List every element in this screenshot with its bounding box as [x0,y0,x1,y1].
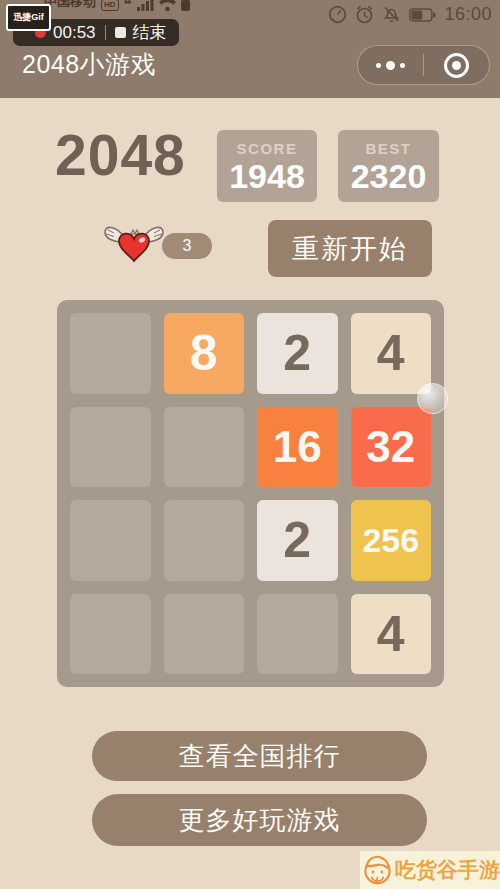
restart-button[interactable]: 重新开始 [268,220,432,277]
status-icons-right: 16:00 [328,4,492,25]
score-value: 1948 [217,159,317,193]
score-box: SCORE 1948 [217,130,317,202]
watermark-badge: 吃货谷手游 [360,851,500,889]
tile-256: 256 [351,500,432,581]
exit-icon [444,53,469,78]
top-bar: 中国移动 HD ❝ [0,0,500,98]
lives-badge[interactable]: 3 [162,233,212,259]
best-box: BEST 2320 [338,130,439,202]
sim-icon [181,0,190,11]
tile-8: 8 [164,313,245,394]
carrier-label: 中国移动 [44,0,96,11]
board-grid[interactable]: 824163222564 [57,300,444,687]
assistive-ball[interactable] [417,383,448,414]
tile-2: 2 [257,500,338,581]
best-value: 2320 [338,159,439,193]
carrier-group: 中国移动 HD ❝ [44,0,190,11]
tile-4: 4 [351,594,432,675]
exit-button[interactable] [424,46,489,84]
game-logo: 2048 [55,122,186,188]
empty-cell [164,407,245,488]
tile-16: 16 [257,407,338,488]
score-label: SCORE [217,141,317,156]
miniprogram-capsule [357,45,490,85]
national-ranking-button[interactable]: 查看全国排行 [92,731,427,781]
recording-time: 00:53 [53,23,96,43]
clock-time: 16:00 [444,4,492,25]
empty-cell [257,594,338,675]
phone-screen: 中国移动 HD ❝ [0,0,500,889]
tile-32: 32 [351,407,432,488]
empty-cell [164,594,245,675]
empty-cell [70,594,151,675]
tile-4: 4 [351,313,432,394]
volte-icon: ❝ [124,0,132,11]
more-button[interactable] [358,46,423,84]
data-saver-icon [328,5,347,24]
more-games-button[interactable]: 更多好玩游戏 [92,794,427,846]
watermark-text: 吃货谷手游 [395,856,500,884]
empty-cell [70,500,151,581]
lives-count: 3 [183,237,192,255]
empty-cell [70,407,151,488]
stop-icon [115,27,126,38]
page-title: 2048小游戏 [22,48,156,81]
stop-label[interactable]: 结束 [133,21,167,44]
mute-icon [382,5,401,24]
battery-icon [409,8,436,22]
boy-face-icon [361,853,394,887]
hd-icon: HD [101,0,119,11]
tile-2: 2 [257,313,338,394]
signal-icon [137,0,154,11]
best-label: BEST [338,141,439,156]
empty-cell [164,500,245,581]
wifi-icon [159,0,176,11]
alarm-icon [355,5,374,24]
empty-cell [70,313,151,394]
winged-heart-icon [102,221,166,267]
gif-watermark: 迅捷Gif [6,4,51,31]
